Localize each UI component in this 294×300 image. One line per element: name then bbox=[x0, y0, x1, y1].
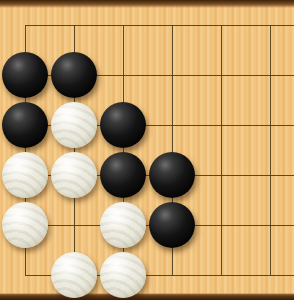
stone-white-r6c2[interactable] bbox=[51, 252, 97, 298]
board-top-edge bbox=[0, 0, 294, 8]
stone-white-r4c2[interactable] bbox=[51, 152, 97, 198]
board-bottom-edge bbox=[0, 293, 294, 300]
grid-line-h-1 bbox=[25, 25, 294, 26]
stone-white-r4c1[interactable] bbox=[2, 152, 48, 198]
stone-white-r3c2[interactable] bbox=[51, 102, 97, 148]
stone-black-r2c1[interactable] bbox=[2, 52, 48, 98]
grid-line-v-5 bbox=[221, 25, 222, 275]
stone-black-r3c1[interactable] bbox=[2, 102, 48, 148]
stone-black-r2c2[interactable] bbox=[51, 52, 97, 98]
stone-black-r5c4[interactable] bbox=[149, 202, 195, 248]
stone-black-r4c3[interactable] bbox=[100, 152, 146, 198]
stone-white-r5c1[interactable] bbox=[2, 202, 48, 248]
stone-black-r4c4[interactable] bbox=[149, 152, 195, 198]
grid-line-v-6 bbox=[270, 25, 271, 275]
go-board[interactable] bbox=[0, 0, 294, 300]
stone-black-r3c3[interactable] bbox=[100, 102, 146, 148]
stone-white-r6c3[interactable] bbox=[100, 252, 146, 298]
stone-white-r5c3[interactable] bbox=[100, 202, 146, 248]
